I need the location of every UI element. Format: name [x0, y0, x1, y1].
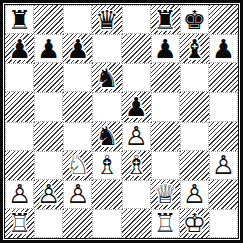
piece-black-knight-d4[interactable]: ♞ — [92, 122, 121, 151]
piece-black-king-g8[interactable]: ♚ — [181, 6, 208, 33]
black-rook-icon: ♜ — [6, 6, 33, 33]
chess-diagram-frame: ♜♛♜♚♟♟♟♟♝♟♞♟♞♟♙♞♘♝♗♝♗♟♙♟♙♟♙♟♙♛♕♟♙♜♖♜♖♚♔ — [0, 0, 243, 243]
square-f8[interactable]: ♜ — [151, 5, 180, 34]
square-g6[interactable] — [180, 63, 209, 92]
black-pawn-icon: ♟ — [35, 35, 62, 62]
black-queen-icon: ♛ — [92, 5, 121, 34]
square-g7[interactable]: ♝ — [180, 34, 209, 63]
square-c7[interactable]: ♟ — [63, 34, 92, 63]
piece-white-pawn-h3[interactable]: ♟♙ — [210, 152, 237, 179]
white-bishop-icon: ♗ — [122, 151, 151, 180]
square-e2[interactable] — [122, 180, 151, 209]
square-b2[interactable]: ♟♙ — [34, 180, 63, 209]
square-h6[interactable] — [209, 63, 238, 92]
piece-white-pawn-e4[interactable]: ♟♙ — [123, 123, 150, 150]
black-knight-icon: ♞ — [92, 122, 121, 151]
piece-black-bishop-g7[interactable]: ♝ — [180, 34, 209, 63]
square-h4[interactable] — [209, 122, 238, 151]
piece-black-pawn-f7[interactable]: ♟ — [152, 35, 179, 62]
black-pawn-icon: ♟ — [5, 34, 34, 63]
piece-black-pawn-e5[interactable]: ♟ — [122, 92, 151, 121]
square-a8[interactable]: ♜ — [5, 5, 34, 34]
square-a2[interactable]: ♟♙ — [5, 180, 34, 209]
square-b3[interactable] — [34, 151, 63, 180]
white-pawn-icon: ♙ — [6, 181, 33, 208]
square-c4[interactable] — [63, 122, 92, 151]
square-d4[interactable]: ♞ — [92, 122, 121, 151]
piece-black-rook-f8[interactable]: ♜ — [151, 5, 180, 34]
square-e8[interactable] — [122, 5, 151, 34]
piece-white-king-g1[interactable]: ♚♔ — [180, 209, 209, 238]
black-pawn-icon: ♟ — [152, 35, 179, 62]
square-c8[interactable] — [63, 5, 92, 34]
piece-white-bishop-d3[interactable]: ♝♗ — [93, 152, 120, 179]
square-b6[interactable] — [34, 63, 63, 92]
square-b7[interactable]: ♟ — [34, 34, 63, 63]
square-h7[interactable]: ♟ — [209, 34, 238, 63]
white-pawn-icon: ♙ — [123, 123, 150, 150]
piece-black-pawn-a7[interactable]: ♟ — [5, 34, 34, 63]
piece-black-knight-d6[interactable]: ♞ — [92, 63, 121, 92]
piece-black-pawn-b7[interactable]: ♟ — [35, 35, 62, 62]
square-a4[interactable] — [5, 122, 34, 151]
square-e7[interactable] — [122, 34, 151, 63]
square-c2[interactable]: ♟♙ — [63, 180, 92, 209]
white-pawn-icon: ♙ — [64, 181, 91, 208]
square-g8[interactable]: ♚ — [180, 5, 209, 34]
square-c5[interactable] — [63, 92, 92, 121]
square-b4[interactable] — [34, 122, 63, 151]
piece-black-pawn-c7[interactable]: ♟ — [63, 34, 92, 63]
piece-white-rook-a1[interactable]: ♜♖ — [5, 209, 34, 238]
piece-black-pawn-h7[interactable]: ♟ — [210, 35, 237, 62]
square-e4[interactable]: ♟♙ — [122, 122, 151, 151]
black-bishop-icon: ♝ — [180, 34, 209, 63]
square-g2[interactable]: ♟♙ — [180, 180, 209, 209]
piece-white-knight-c3[interactable]: ♞♘ — [63, 151, 92, 180]
square-h2[interactable] — [209, 180, 238, 209]
square-a1[interactable]: ♜♖ — [5, 209, 34, 238]
piece-white-pawn-b2[interactable]: ♟♙ — [34, 180, 63, 209]
square-e1[interactable] — [122, 209, 151, 238]
white-bishop-icon: ♗ — [93, 152, 120, 179]
square-g3[interactable] — [180, 151, 209, 180]
square-d5[interactable] — [92, 92, 121, 121]
square-g5[interactable] — [180, 92, 209, 121]
black-pawn-icon: ♟ — [122, 92, 151, 121]
square-a3[interactable] — [5, 151, 34, 180]
black-king-icon: ♚ — [181, 6, 208, 33]
black-pawn-icon: ♟ — [63, 34, 92, 63]
white-queen-icon: ♕ — [151, 180, 180, 209]
black-knight-icon: ♞ — [92, 63, 121, 92]
piece-black-queen-d8[interactable]: ♛ — [92, 5, 121, 34]
square-h1[interactable] — [209, 209, 238, 238]
square-c1[interactable] — [63, 209, 92, 238]
square-d2[interactable] — [92, 180, 121, 209]
chess-board: ♜♛♜♚♟♟♟♟♝♟♞♟♞♟♙♞♘♝♗♝♗♟♙♟♙♟♙♟♙♛♕♟♙♜♖♜♖♚♔ — [4, 4, 239, 239]
black-rook-icon: ♜ — [151, 5, 180, 34]
square-g1[interactable]: ♚♔ — [180, 209, 209, 238]
white-knight-icon: ♘ — [63, 151, 92, 180]
square-b8[interactable] — [34, 5, 63, 34]
white-pawn-icon: ♙ — [34, 180, 63, 209]
square-a6[interactable] — [5, 63, 34, 92]
square-d3[interactable]: ♝♗ — [92, 151, 121, 180]
square-c6[interactable] — [63, 63, 92, 92]
square-f2[interactable]: ♛♕ — [151, 180, 180, 209]
square-e5[interactable]: ♟ — [122, 92, 151, 121]
piece-white-queen-f2[interactable]: ♛♕ — [151, 180, 180, 209]
white-rook-icon: ♖ — [152, 210, 179, 237]
square-a5[interactable] — [5, 92, 34, 121]
square-c3[interactable]: ♞♘ — [63, 151, 92, 180]
square-f5[interactable] — [151, 92, 180, 121]
white-rook-icon: ♖ — [5, 209, 34, 238]
square-f1[interactable]: ♜♖ — [151, 209, 180, 238]
square-d7[interactable] — [92, 34, 121, 63]
square-a7[interactable]: ♟ — [5, 34, 34, 63]
white-pawn-icon: ♙ — [181, 181, 208, 208]
square-f3[interactable] — [151, 151, 180, 180]
square-g4[interactable] — [180, 122, 209, 151]
square-e3[interactable]: ♝♗ — [122, 151, 151, 180]
piece-white-rook-f1[interactable]: ♜♖ — [152, 210, 179, 237]
piece-black-rook-a8[interactable]: ♜ — [6, 6, 33, 33]
square-d1[interactable] — [92, 209, 121, 238]
square-h5[interactable] — [209, 92, 238, 121]
square-f6[interactable] — [151, 63, 180, 92]
square-f7[interactable]: ♟ — [151, 34, 180, 63]
square-b5[interactable] — [34, 92, 63, 121]
white-king-icon: ♔ — [180, 209, 209, 238]
piece-white-pawn-a2[interactable]: ♟♙ — [6, 181, 33, 208]
black-pawn-icon: ♟ — [210, 35, 237, 62]
square-d6[interactable]: ♞ — [92, 63, 121, 92]
square-h3[interactable]: ♟♙ — [209, 151, 238, 180]
square-h8[interactable] — [209, 5, 238, 34]
piece-white-bishop-e3[interactable]: ♝♗ — [122, 151, 151, 180]
square-f4[interactable] — [151, 122, 180, 151]
white-pawn-icon: ♙ — [210, 152, 237, 179]
piece-white-pawn-g2[interactable]: ♟♙ — [181, 181, 208, 208]
square-b1[interactable] — [34, 209, 63, 238]
square-e6[interactable] — [122, 63, 151, 92]
square-d8[interactable]: ♛ — [92, 5, 121, 34]
piece-white-pawn-c2[interactable]: ♟♙ — [64, 181, 91, 208]
